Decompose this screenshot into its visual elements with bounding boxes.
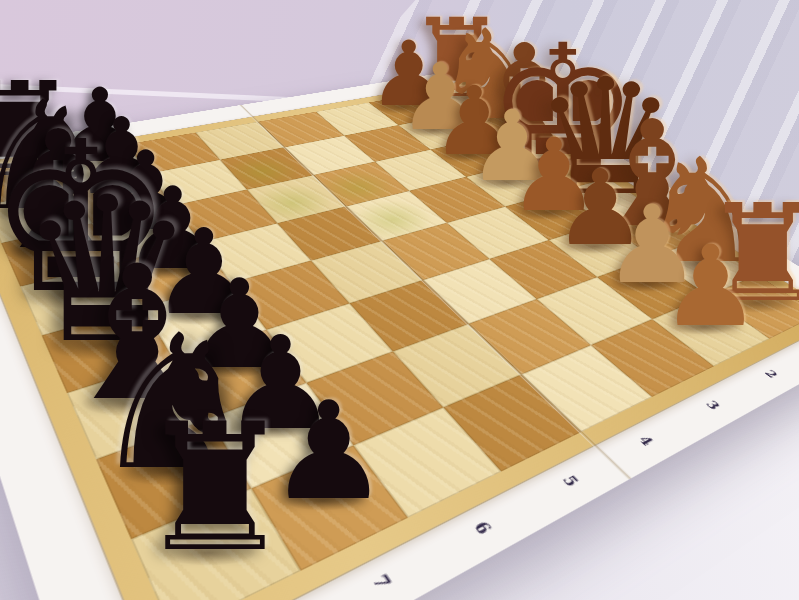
pieces-layer: ♜♞♝♛♚♝♞♜♟♟♟♟♟♟♟♟♟♟♟♟♟♟♟♟♜♞♝♛♚♝♞♜	[0, 0, 799, 600]
black-rook-a8[interactable]: ♜	[136, 400, 294, 576]
white-pawn-a2[interactable]: ♟	[660, 231, 760, 343]
photo-stage: 234567b ♜♞♝♛♚♝♞♜♟♟♟♟♟♟♟♟♟♟♟♟♟♟♟♟♜♞♝♛♚♝♞♜	[0, 0, 799, 600]
